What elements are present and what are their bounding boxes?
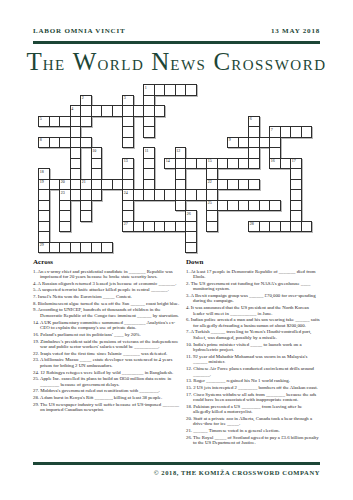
clue: 11. 92 year old Mahathir Mohamad was swo…	[186, 354, 320, 365]
clue: 22. Iraqis voted for the first time sinc…	[33, 351, 181, 357]
clue: 15. 2 US jets intercepted 2 ________ bom…	[186, 385, 320, 391]
clue: 13. Roger ________ regained his No 1 wor…	[186, 378, 320, 384]
grid-cell[interactable]	[143, 126, 155, 138]
masthead-date: 13 MAY 2018	[271, 27, 320, 35]
clue: 9. According to UNICEF, hundreds of thou…	[33, 307, 181, 318]
clue: 28. A dam burst in Kenya's Rift _______,…	[33, 395, 181, 401]
cell-number: 29	[40, 242, 44, 247]
grid-cell[interactable]	[248, 158, 260, 170]
crossword-grid: 1234567891011121314151617181920212223242…	[38, 84, 312, 253]
clue: 20. Staff at a private zoo in Alberta, C…	[186, 416, 320, 427]
down-clue-list: 1. At least 17 people in Democratic Repu…	[186, 269, 320, 446]
clue: 6. Indian police arrested a man and his …	[186, 317, 320, 328]
grid-cell[interactable]	[301, 221, 313, 233]
cell-number: 17	[292, 158, 296, 163]
clue: 1. An ex-army chief and presidential can…	[33, 269, 181, 280]
cell-number: 16	[271, 158, 275, 163]
footer-rule	[33, 462, 320, 465]
clue: 16. Poland's parliament cut its politici…	[33, 332, 181, 338]
clue: 25. Apple Inc. cancelled its plans to bu…	[33, 376, 181, 387]
clue: 2. The US government cut funding for NAS…	[186, 281, 320, 292]
cell-number: 23	[61, 190, 65, 195]
newspaper-page: LABOR OMNIA VINCIT 13 MAY 2018 THEWORLDN…	[0, 0, 353, 500]
masthead-rule	[33, 41, 320, 44]
across-header: Across	[33, 258, 181, 266]
cell-number: 22	[208, 179, 212, 184]
grid-cell[interactable]	[248, 179, 260, 191]
across-clues-section: Across 1. An ex-army chief and president…	[33, 258, 181, 414]
cell-number: 25	[208, 200, 212, 205]
clue: 26. The Royal _____ of Scotland agreed t…	[186, 435, 320, 446]
clue: 1. At least 17 people in Democratic Repu…	[186, 269, 320, 280]
page-title: THEWORLDNEWSCROSSWORD	[0, 47, 353, 77]
grid-cell[interactable]	[91, 189, 103, 201]
clue: 14. A UK parliamentary committee summone…	[33, 320, 181, 331]
clue: 17. Cisco Systems withdrew all ads from …	[186, 392, 320, 403]
cell-number: 11	[145, 148, 149, 153]
title-initial: W	[73, 48, 98, 75]
cell-number: 2	[82, 95, 84, 100]
down-header: Down	[186, 258, 320, 266]
across-clue-list: 1. An ex-army chief and presidential can…	[33, 269, 181, 413]
title-word-rest: HE	[43, 57, 66, 73]
clue: 21. ______ Timorese voted in a general e…	[186, 428, 320, 434]
footer-copyright: © 2018, THE KOMIŽA CROSSWORD COMPANY	[154, 469, 320, 476]
clue: 7. Israel's Netta won the Eurovision ___…	[33, 294, 181, 300]
cell-number: 3	[124, 95, 126, 100]
clue: 27. Moldova's government ruled out reuni…	[33, 388, 181, 394]
clue: 19. Zimbabwe's president said the pensio…	[33, 339, 181, 350]
clue: 4. A Russian oligarch returned 3 leased …	[33, 281, 181, 287]
grid-cell[interactable]	[301, 126, 313, 138]
cell-number: 7	[271, 127, 273, 132]
grid-cell[interactable]	[154, 105, 166, 117]
grid-cell[interactable]	[59, 221, 71, 233]
grid-cell[interactable]	[122, 137, 134, 149]
cell-number: 6	[250, 116, 252, 121]
cell-number: 18	[40, 169, 44, 174]
clue: 24. 12 Rohingya refugees were killed by …	[33, 370, 181, 376]
cell-number: 10	[92, 148, 96, 153]
cell-number: 8	[40, 137, 42, 142]
title-word-rest: EWS	[170, 57, 206, 73]
clue: 4. It was announced that the US presiden…	[186, 305, 320, 316]
cell-number: 14	[166, 158, 170, 163]
cell-number: 13	[124, 158, 128, 163]
cell-number: 12	[176, 148, 180, 153]
clue: 29. The US newspaper industry will suffe…	[33, 402, 181, 413]
cell-number: 15	[208, 158, 212, 163]
clue: 10. India's prime minister visited _____…	[186, 342, 320, 353]
cell-number: 27	[124, 221, 128, 226]
title-initial: C	[213, 48, 231, 75]
cell-number: 9	[229, 137, 231, 142]
grid-cell[interactable]	[101, 242, 113, 254]
grid-cell[interactable]	[269, 200, 281, 212]
title-initial: T	[26, 48, 42, 75]
cell-number: 21	[82, 179, 86, 184]
grid-cell[interactable]	[80, 210, 92, 222]
grid-cell[interactable]	[185, 84, 197, 96]
down-clues-section: Down 1. At least 17 people in Democratic…	[186, 258, 320, 447]
clue: 23. A billionaire Macau _____ estate dev…	[33, 357, 181, 368]
cell-number: 26	[187, 211, 191, 216]
cell-number: 20	[61, 179, 65, 184]
cell-number: 28	[250, 221, 254, 226]
clue: 7. A Turkish ______ traveling to Yemen's…	[186, 329, 320, 340]
grid-cell[interactable]	[206, 221, 218, 233]
clue: 12. Chinese Air Force planes conducted e…	[186, 366, 320, 377]
title-word-rest: ORLD	[97, 57, 144, 73]
grid-cell[interactable]	[80, 116, 92, 128]
cell-number: 19	[40, 179, 44, 184]
clue: 3. A Brexit campaign group was ______ £7…	[186, 293, 320, 304]
clue: 5. A suspected terrorist knife attacker …	[33, 287, 181, 293]
cell-number: 24	[124, 190, 128, 195]
cell-number: 4	[71, 106, 73, 111]
title-initial: N	[151, 48, 170, 75]
title-word-rest: ROSSWORD	[231, 57, 326, 73]
clue: 8. Bioluminescent algae turned the sea o…	[33, 301, 181, 307]
cell-number: 1	[145, 85, 147, 90]
clue: 18. Pakistan prevented a US ________ fro…	[186, 404, 320, 415]
cell-number: 5	[40, 116, 42, 121]
grid-cell[interactable]	[185, 242, 197, 254]
masthead-motto: LABOR OMNIA VINCIT	[33, 27, 125, 35]
